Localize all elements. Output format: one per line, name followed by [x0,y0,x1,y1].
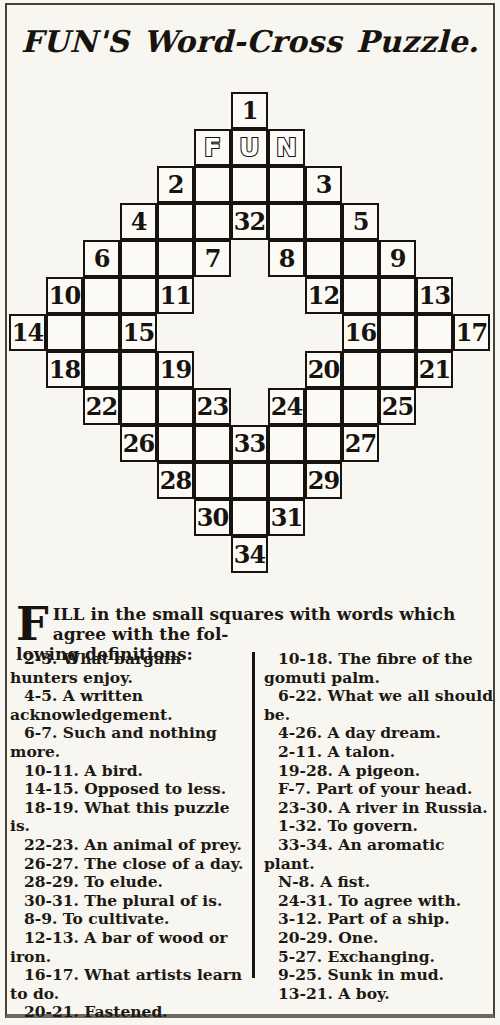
clue-item: 3-12. Part of a ship. [264,910,494,929]
clue-item: 4-5. A written acknowledge­ment. [10,687,248,724]
grid-cell-numbered: 5 [342,203,379,240]
clue-number: 28 [160,469,191,493]
clue-number: 34 [234,543,265,567]
clue-item: 6-7. Such and nothing more. [10,724,248,761]
grid-cell-numbered: 23 [194,388,231,425]
clue-item: 10-11. A bird. [10,762,248,781]
clue-item: 2-11. A talon. [264,743,494,762]
clue-number: 24 [271,395,302,419]
grid-cell-blank[interactable] [120,277,157,314]
grid-cell-numbered: 17 [453,314,490,351]
clue-item: 2-3. What bargain hunters enjoy. [10,650,248,687]
grid-cell-blank[interactable] [305,425,342,462]
grid-cell-numbered: 10 [46,277,83,314]
clue-item: 6-22. What we all should be. [264,687,494,724]
grid-cell-blank[interactable] [231,499,268,536]
grid-cell-blank[interactable] [379,314,416,351]
grid-cell-blank[interactable] [342,277,379,314]
grid-cell-numbered: 20 [305,351,342,388]
grid-cell-blank[interactable] [194,425,231,462]
grid-cell-blank[interactable] [157,240,194,277]
dropcap-letter: F [16,605,49,643]
clue-number: 33 [234,432,265,456]
grid-cell-blank[interactable] [231,166,268,203]
clue-item: 9-25. Sunk in mud. [264,966,494,985]
clue-number: 10 [49,284,80,308]
grid-cell-numbered: 34 [231,536,268,573]
clue-number: 31 [271,506,302,530]
grid-cell-numbered: 28 [157,462,194,499]
clue-item: 26-27. The close of a day. [10,855,248,874]
clue-item: 20-21. Fastened. [10,1003,248,1022]
grid-cell-numbered: 30 [194,499,231,536]
grid-cell-blank[interactable] [379,277,416,314]
clue-item: F-7. Part of your head. [264,780,494,799]
clue-number: 4 [131,210,147,234]
grid-cell-numbered: 11 [157,277,194,314]
clue-item: 4-26. A day dream. [264,724,494,743]
clue-item: 18-19. What this puzzle is. [10,799,248,836]
clue-number: 8 [279,247,295,271]
grid-cell-blank[interactable] [120,240,157,277]
clue-item: 33-34. An aromatic plant. [264,836,494,873]
grid-cell-numbered: 4 [120,203,157,240]
clue-number: 15 [123,321,154,345]
grid-cell-blank[interactable] [194,203,231,240]
grid-cell-numbered: 26 [120,425,157,462]
grid-cell-numbered: 2 [157,166,194,203]
grid-cell-numbered: 25 [379,388,416,425]
grid-cell-numbered: 12 [305,277,342,314]
grid-cell-numbered: 18 [46,351,83,388]
clue-item: 14-15. Opposed to less. [10,780,248,799]
clue-number: 22 [86,395,117,419]
clue-item: 19-28. A pigeon. [264,762,494,781]
grid-cell-blank[interactable] [120,351,157,388]
grid-cell-blank[interactable] [231,462,268,499]
grid-cell-numbered: 3 [305,166,342,203]
clue-number: 29 [308,469,339,493]
clues-left: 2-3. What bargain hunters enjoy.4-5. A w… [10,650,248,1025]
grid-cell-blank[interactable] [157,425,194,462]
clue-number: 13 [419,284,450,308]
clue-number: 3 [316,173,332,197]
clue-number: 26 [123,432,154,456]
clue-item: 8-9. To cultivate. [10,910,248,929]
grid-cell-numbered: 9 [379,240,416,277]
clue-number: 19 [160,358,191,382]
grid-cell-blank[interactable] [342,351,379,388]
clue-column-divider [252,652,255,978]
clue-item: 12-13. A bar of wood or iron. [10,929,248,966]
clue-item: 10-18. The fibre of the gomuti palm. [264,650,494,687]
clue-number: 30 [197,506,228,530]
grid-cell-blank[interactable] [305,240,342,277]
clue-number: 7 [205,247,221,271]
clue-item: 30-31. The plural of is. [10,892,248,911]
clue-item: 23-30. A river in Russia. [264,799,494,818]
grid-cell-letter: U [231,129,268,166]
grid-cell-numbered: 14 [9,314,46,351]
clue-number: 5 [353,210,369,234]
clue-number: 12 [308,284,339,308]
grid-cell-blank[interactable] [342,240,379,277]
letter-glyph: U [239,135,259,160]
clue-item: 24-31. To agree with. [264,892,494,911]
grid-cell-numbered: 1 [231,92,268,129]
grid-cell-blank[interactable] [157,203,194,240]
grid-cell-blank[interactable] [268,203,305,240]
clue-number: 11 [160,284,191,308]
grid-cell-numbered: 16 [342,314,379,351]
grid-cell-blank[interactable] [416,314,453,351]
grid-cell-blank[interactable] [157,388,194,425]
page-title: FUN'S Word-Cross Puzzle. [0,24,500,59]
grid-cell-numbered: 8 [268,240,305,277]
grid-cell-blank[interactable] [83,314,120,351]
grid-cell-numbered: 29 [305,462,342,499]
grid-cell-blank[interactable] [305,203,342,240]
grid-cell-blank[interactable] [83,351,120,388]
clue-item: 28-29. To elude. [10,873,248,892]
grid-cell-numbered: 24 [268,388,305,425]
clue-number: 9 [390,247,406,271]
grid-cell-blank[interactable] [46,314,83,351]
clue-item: 20-29. One. [264,929,494,948]
clue-number: 6 [94,247,110,271]
grid-cell-blank[interactable] [379,351,416,388]
grid-cell-numbered: 32 [231,203,268,240]
grid-cell-numbered: 22 [83,388,120,425]
grid-cell-numbered: 13 [416,277,453,314]
clue-number: 32 [234,210,265,234]
letter-glyph: F [204,135,221,160]
letter-glyph: N [276,135,297,160]
clue-number: 27 [345,432,376,456]
grid-cell-letter: N [268,129,305,166]
grid-cell-numbered: 33 [231,425,268,462]
clue-number: 18 [49,358,80,382]
clue-number: 14 [12,321,43,345]
clue-number: 17 [456,321,487,345]
clue-item: 13-21. A boy. [264,985,494,1004]
grid-cell-numbered: 7 [194,240,231,277]
clue-item: 16-17. What artists learn to do. [10,966,248,1003]
clue-item: N-8. A fist. [264,873,494,892]
clue-number: 23 [197,395,228,419]
grid-cell-letter: F [194,129,231,166]
grid-cell-blank[interactable] [120,388,157,425]
grid-cell-numbered: 6 [83,240,120,277]
clue-number: 21 [419,358,450,382]
grid-cell-blank[interactable] [268,462,305,499]
grid-cell-blank[interactable] [268,425,305,462]
clues-right: 10-18. The fibre of the gomuti palm.6-22… [264,650,494,1003]
clue-item: 1-32. To govern. [264,817,494,836]
grid-cell-blank[interactable] [342,388,379,425]
clue-number: 16 [345,321,376,345]
grid-cell-blank[interactable] [268,166,305,203]
grid-cell-blank[interactable] [305,388,342,425]
clue-item: 22-23. An animal of prey. [10,836,248,855]
grid-cell-numbered: 27 [342,425,379,462]
grid-cell-numbered: 15 [120,314,157,351]
clue-number: 2 [168,173,184,197]
grid-cell-numbered: 21 [416,351,453,388]
grid-cell-blank[interactable] [194,462,231,499]
grid-cell-blank[interactable] [194,166,231,203]
grid-cell-blank[interactable] [83,277,120,314]
clue-number: 1 [242,99,258,123]
puzzle-grid: 1FUN234325678910111213141516171819202122… [9,92,490,573]
instructions-line1: ILL in the small squares with words whic… [53,604,456,644]
grid-cell-numbered: 19 [157,351,194,388]
clue-number: 20 [308,358,339,382]
clue-number: 25 [382,395,413,419]
grid-cell-numbered: 31 [268,499,305,536]
clue-item: 5-27. Exchanging. [264,948,494,967]
